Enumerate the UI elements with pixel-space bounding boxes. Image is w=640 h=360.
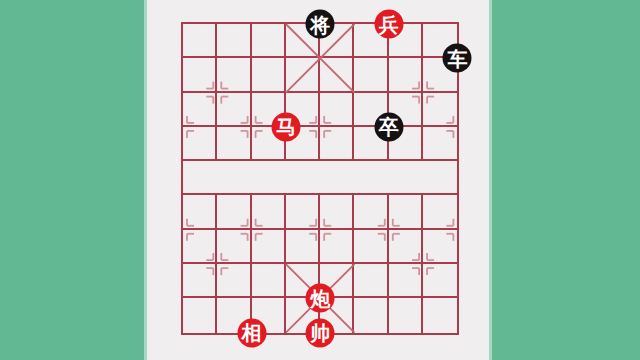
piece-red-general[interactable]: 帅 — [306, 318, 335, 347]
piece-black-soldier[interactable]: 卒 — [374, 112, 403, 141]
left-pillarbox-bar — [0, 0, 144, 360]
piece-red-soldier[interactable]: 兵 — [374, 10, 403, 39]
board-panel: 将兵车马卒炮相帅 — [147, 0, 489, 360]
piece-black-chariot[interactable]: 车 — [443, 44, 472, 73]
piece-red-cannon[interactable]: 炮 — [306, 284, 335, 313]
video-frame: 将兵车马卒炮相帅 — [0, 0, 640, 360]
piece-black-general[interactable]: 将 — [306, 10, 335, 39]
right-pillarbox-bar — [492, 0, 640, 360]
xiangqi-board: 将兵车马卒炮相帅 — [181, 22, 459, 335]
piece-red-horse[interactable]: 马 — [271, 112, 300, 141]
piece-red-elephant[interactable]: 相 — [237, 318, 266, 347]
